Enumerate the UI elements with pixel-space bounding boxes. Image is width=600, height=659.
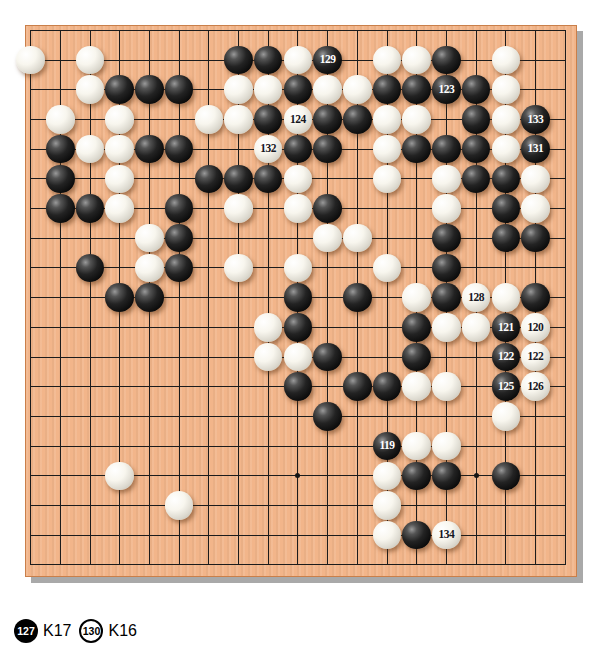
caption-stone-white: 130 bbox=[79, 619, 103, 643]
stone-white bbox=[105, 165, 134, 194]
stone-white bbox=[76, 75, 105, 104]
stone-black bbox=[402, 75, 431, 104]
stone-black bbox=[402, 462, 431, 491]
stone-black bbox=[343, 283, 372, 312]
stone-white bbox=[432, 194, 461, 223]
stone-white bbox=[284, 46, 313, 75]
stone-white bbox=[373, 521, 402, 550]
stone-black bbox=[254, 46, 283, 75]
stone-white bbox=[492, 135, 521, 164]
stone-black bbox=[195, 165, 224, 194]
stone-white: 124 bbox=[284, 105, 313, 134]
stone-black bbox=[521, 224, 550, 253]
move-number-label: 121 bbox=[498, 322, 514, 334]
board-grid-line bbox=[565, 30, 566, 565]
stone-black bbox=[313, 402, 342, 431]
stone-black: 125 bbox=[492, 372, 521, 401]
stone-black bbox=[224, 165, 253, 194]
stone-black bbox=[76, 194, 105, 223]
stone-black bbox=[165, 135, 194, 164]
stone-black bbox=[432, 462, 461, 491]
move-number-label: 126 bbox=[528, 381, 544, 393]
stone-white bbox=[521, 194, 550, 223]
stone-white bbox=[135, 254, 164, 283]
stone-black bbox=[432, 254, 461, 283]
stone-white bbox=[402, 46, 431, 75]
stone-black bbox=[313, 135, 342, 164]
stone-black bbox=[402, 135, 431, 164]
move-number-label: 119 bbox=[379, 440, 394, 452]
stone-white bbox=[343, 224, 372, 253]
stone-black bbox=[105, 75, 134, 104]
stone-black: 131 bbox=[521, 135, 550, 164]
stone-black bbox=[402, 343, 431, 372]
move-number-label: 134 bbox=[439, 529, 455, 541]
stone-black: 119 bbox=[373, 432, 402, 461]
stone-white bbox=[254, 75, 283, 104]
stone-white bbox=[373, 254, 402, 283]
stone-white bbox=[402, 283, 431, 312]
move-number-label: 132 bbox=[260, 143, 276, 155]
board-grid-line bbox=[31, 505, 566, 506]
stone-black bbox=[284, 372, 313, 401]
stone-black bbox=[432, 224, 461, 253]
stone-white bbox=[254, 343, 283, 372]
stone-white: 128 bbox=[462, 283, 491, 312]
stone-black bbox=[373, 372, 402, 401]
stone-white bbox=[224, 75, 253, 104]
stone-black bbox=[462, 105, 491, 134]
stone-white bbox=[105, 105, 134, 134]
stone-white bbox=[402, 105, 431, 134]
stone-black bbox=[105, 283, 134, 312]
stone-white bbox=[105, 135, 134, 164]
stone-black bbox=[343, 372, 372, 401]
stone-black bbox=[165, 224, 194, 253]
stone-black bbox=[254, 105, 283, 134]
stone-black bbox=[402, 521, 431, 550]
stone-white bbox=[284, 165, 313, 194]
stone-white bbox=[432, 372, 461, 401]
stone-black: 121 bbox=[492, 313, 521, 342]
move-number-label: 128 bbox=[468, 292, 484, 304]
stone-white bbox=[254, 313, 283, 342]
board-grid-line bbox=[31, 446, 566, 447]
stone-white bbox=[105, 462, 134, 491]
stone-white bbox=[224, 105, 253, 134]
stone-white bbox=[492, 402, 521, 431]
page: 1291231241331321311281211201221221251261… bbox=[0, 0, 600, 659]
stone-white bbox=[313, 224, 342, 253]
stone-white bbox=[462, 313, 491, 342]
stone-black bbox=[224, 46, 253, 75]
stone-white bbox=[46, 105, 75, 134]
stone-black bbox=[462, 75, 491, 104]
stone-white: 120 bbox=[521, 313, 550, 342]
stone-white bbox=[224, 254, 253, 283]
stone-white bbox=[76, 135, 105, 164]
stone-black bbox=[492, 462, 521, 491]
go-board[interactable]: 1291231241331321311281211201221221251261… bbox=[25, 25, 577, 577]
stone-white bbox=[432, 432, 461, 461]
stone-white bbox=[492, 105, 521, 134]
move-number-label: 129 bbox=[320, 54, 336, 66]
stone-white bbox=[373, 462, 402, 491]
caption-point-label: K16 bbox=[108, 622, 136, 640]
move-number-label: 122 bbox=[528, 351, 544, 363]
stone-white bbox=[16, 46, 45, 75]
stone-black: 122 bbox=[492, 343, 521, 372]
stone-white bbox=[373, 46, 402, 75]
stone-white bbox=[492, 46, 521, 75]
stone-white: 122 bbox=[521, 343, 550, 372]
stone-white bbox=[224, 194, 253, 223]
stone-white bbox=[521, 165, 550, 194]
stone-black bbox=[254, 165, 283, 194]
stone-black: 133 bbox=[521, 105, 550, 134]
stone-white bbox=[313, 75, 342, 104]
caption-stone-black: 127 bbox=[14, 619, 38, 643]
stone-white bbox=[195, 105, 224, 134]
stone-white: 126 bbox=[521, 372, 550, 401]
move-number-label: 120 bbox=[528, 322, 544, 334]
stone-white bbox=[492, 75, 521, 104]
stone-black bbox=[462, 165, 491, 194]
stone-black bbox=[76, 254, 105, 283]
board-grid-line bbox=[31, 564, 566, 565]
stone-white bbox=[492, 283, 521, 312]
stone-white bbox=[76, 46, 105, 75]
caption-point-label: K17 bbox=[43, 622, 71, 640]
stone-black bbox=[462, 135, 491, 164]
stone-white: 134 bbox=[432, 521, 461, 550]
stone-black bbox=[432, 46, 461, 75]
move-number-label: 125 bbox=[498, 381, 514, 393]
move-number-label: 133 bbox=[528, 114, 544, 126]
star-point bbox=[295, 473, 300, 478]
stone-white bbox=[432, 165, 461, 194]
stone-black bbox=[135, 135, 164, 164]
stone-black bbox=[343, 105, 372, 134]
stone-white bbox=[373, 105, 402, 134]
stone-white bbox=[343, 75, 372, 104]
stone-white bbox=[402, 372, 431, 401]
stone-white bbox=[373, 491, 402, 520]
star-point bbox=[474, 473, 479, 478]
stone-black bbox=[373, 75, 402, 104]
move-number-label: 124 bbox=[290, 114, 306, 126]
stone-white: 132 bbox=[254, 135, 283, 164]
stone-black bbox=[284, 313, 313, 342]
move-caption: 127 K17 130 K16 bbox=[14, 617, 140, 645]
stone-white bbox=[165, 491, 194, 520]
stone-white bbox=[284, 343, 313, 372]
stone-white bbox=[105, 194, 134, 223]
stone-black bbox=[135, 75, 164, 104]
stone-white bbox=[402, 432, 431, 461]
stone-black bbox=[313, 194, 342, 223]
stone-black bbox=[165, 194, 194, 223]
stone-black bbox=[165, 75, 194, 104]
stone-black bbox=[432, 283, 461, 312]
stone-black: 123 bbox=[432, 75, 461, 104]
stone-black bbox=[313, 105, 342, 134]
stone-white bbox=[373, 165, 402, 194]
stone-black bbox=[46, 135, 75, 164]
stone-black bbox=[492, 165, 521, 194]
stone-black bbox=[313, 343, 342, 372]
move-number-label: 122 bbox=[498, 351, 514, 363]
stone-black bbox=[46, 165, 75, 194]
move-number-label: 123 bbox=[439, 84, 455, 96]
stone-white bbox=[284, 254, 313, 283]
stone-white bbox=[135, 224, 164, 253]
board-grid-line bbox=[31, 416, 566, 417]
stone-white bbox=[284, 194, 313, 223]
stone-black bbox=[135, 283, 164, 312]
stone-black bbox=[521, 283, 550, 312]
stone-black bbox=[402, 313, 431, 342]
stone-black bbox=[492, 194, 521, 223]
stone-black bbox=[284, 75, 313, 104]
stone-white bbox=[373, 135, 402, 164]
stone-black bbox=[492, 224, 521, 253]
stone-black bbox=[284, 135, 313, 164]
stone-black bbox=[284, 283, 313, 312]
board-grid-line bbox=[31, 535, 566, 536]
move-number-label: 131 bbox=[528, 143, 544, 155]
stone-black bbox=[432, 135, 461, 164]
stone-white bbox=[432, 313, 461, 342]
stone-black bbox=[46, 194, 75, 223]
stone-black: 129 bbox=[313, 46, 342, 75]
stone-black bbox=[165, 254, 194, 283]
